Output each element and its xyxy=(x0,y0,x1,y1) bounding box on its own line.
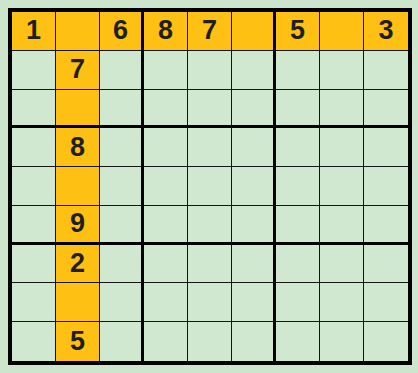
cell-r5c7[interactable] xyxy=(276,167,320,206)
cell-r4c5[interactable] xyxy=(188,128,232,167)
cell-r2c1[interactable] xyxy=(12,51,56,90)
cell-r5c1[interactable] xyxy=(12,167,56,206)
cell-r8c3[interactable] xyxy=(100,283,144,322)
cell-r7c9[interactable] xyxy=(364,245,408,284)
cell-r1c5[interactable]: 7 xyxy=(188,12,232,51)
cell-r6c2[interactable]: 9 xyxy=(56,206,100,245)
cell-r2c7[interactable] xyxy=(276,51,320,90)
cell-r4c8[interactable] xyxy=(320,128,364,167)
cell-r2c2[interactable]: 7 xyxy=(56,51,100,90)
cell-r4c7[interactable] xyxy=(276,128,320,167)
cell-r6c3[interactable] xyxy=(100,206,144,245)
cell-r5c8[interactable] xyxy=(320,167,364,206)
cell-r9c2[interactable]: 5 xyxy=(56,322,100,361)
cell-r1c7[interactable]: 5 xyxy=(276,12,320,51)
cell-r3c1[interactable] xyxy=(12,90,56,129)
cell-r2c8[interactable] xyxy=(320,51,364,90)
cell-r1c3[interactable]: 6 xyxy=(100,12,144,51)
cell-r5c2[interactable] xyxy=(56,167,100,206)
cell-r2c3[interactable] xyxy=(100,51,144,90)
cell-r8c8[interactable] xyxy=(320,283,364,322)
cell-r9c7[interactable] xyxy=(276,322,320,361)
cell-r9c8[interactable] xyxy=(320,322,364,361)
cell-r5c4[interactable] xyxy=(144,167,188,206)
cell-r1c8[interactable] xyxy=(320,12,364,51)
cell-r6c6[interactable] xyxy=(232,206,276,245)
cell-r9c6[interactable] xyxy=(232,322,276,361)
cell-r8c9[interactable] xyxy=(364,283,408,322)
cell-r3c6[interactable] xyxy=(232,90,276,129)
cell-r4c3[interactable] xyxy=(100,128,144,167)
cell-r1c2[interactable] xyxy=(56,12,100,51)
cell-r3c2[interactable] xyxy=(56,90,100,129)
sudoku-board: 16875378925 xyxy=(8,8,412,365)
cell-r2c9[interactable] xyxy=(364,51,408,90)
cell-r7c8[interactable] xyxy=(320,245,364,284)
cell-r1c1[interactable]: 1 xyxy=(12,12,56,51)
cell-r1c6[interactable] xyxy=(232,12,276,51)
cell-r3c9[interactable] xyxy=(364,90,408,129)
cell-r8c4[interactable] xyxy=(144,283,188,322)
cell-r7c4[interactable] xyxy=(144,245,188,284)
cell-r1c9[interactable]: 3 xyxy=(364,12,408,51)
cell-r2c6[interactable] xyxy=(232,51,276,90)
cell-r9c9[interactable] xyxy=(364,322,408,361)
cell-r9c4[interactable] xyxy=(144,322,188,361)
cell-r6c7[interactable] xyxy=(276,206,320,245)
cell-r3c8[interactable] xyxy=(320,90,364,129)
cell-r4c9[interactable] xyxy=(364,128,408,167)
cell-r4c2[interactable]: 8 xyxy=(56,128,100,167)
cell-r8c5[interactable] xyxy=(188,283,232,322)
cell-r5c9[interactable] xyxy=(364,167,408,206)
cell-r9c5[interactable] xyxy=(188,322,232,361)
cell-r8c1[interactable] xyxy=(12,283,56,322)
cell-r7c1[interactable] xyxy=(12,245,56,284)
cell-r7c3[interactable] xyxy=(100,245,144,284)
cell-r6c9[interactable] xyxy=(364,206,408,245)
cell-r6c1[interactable] xyxy=(12,206,56,245)
cell-r4c4[interactable] xyxy=(144,128,188,167)
cell-r5c3[interactable] xyxy=(100,167,144,206)
cell-r3c5[interactable] xyxy=(188,90,232,129)
cell-r8c6[interactable] xyxy=(232,283,276,322)
cell-r1c4[interactable]: 8 xyxy=(144,12,188,51)
cell-r6c5[interactable] xyxy=(188,206,232,245)
cell-r7c2[interactable]: 2 xyxy=(56,245,100,284)
cell-r6c8[interactable] xyxy=(320,206,364,245)
cell-r7c6[interactable] xyxy=(232,245,276,284)
cell-r9c1[interactable] xyxy=(12,322,56,361)
cell-r4c6[interactable] xyxy=(232,128,276,167)
cell-r8c2[interactable] xyxy=(56,283,100,322)
cell-r3c4[interactable] xyxy=(144,90,188,129)
cell-r7c7[interactable] xyxy=(276,245,320,284)
cell-r9c3[interactable] xyxy=(100,322,144,361)
cell-r2c4[interactable] xyxy=(144,51,188,90)
cell-r3c7[interactable] xyxy=(276,90,320,129)
cell-r5c5[interactable] xyxy=(188,167,232,206)
cell-r5c6[interactable] xyxy=(232,167,276,206)
cell-r4c1[interactable] xyxy=(12,128,56,167)
cell-r3c3[interactable] xyxy=(100,90,144,129)
cell-r8c7[interactable] xyxy=(276,283,320,322)
cell-r7c5[interactable] xyxy=(188,245,232,284)
cell-r2c5[interactable] xyxy=(188,51,232,90)
cell-r6c4[interactable] xyxy=(144,206,188,245)
